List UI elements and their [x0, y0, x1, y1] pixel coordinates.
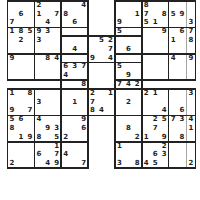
- given-digit: 7: [90, 99, 95, 106]
- given-digit: 9: [10, 55, 15, 62]
- box-border-horizontal: [7, 141, 89, 143]
- box-border-vertical: [34, 1, 36, 81]
- given-digit: 8: [27, 90, 32, 97]
- box-border-horizontal: [7, 79, 89, 81]
- box-border-vertical: [7, 89, 9, 169]
- given-digit: 1: [117, 143, 122, 150]
- given-digit: 2: [90, 90, 95, 97]
- given-digit: 6: [153, 151, 158, 158]
- box-border-vertical: [114, 89, 116, 169]
- box-border-vertical: [168, 1, 170, 81]
- given-digit: 7: [171, 116, 176, 123]
- given-digit: 9: [10, 107, 15, 114]
- given-digit: 2: [153, 116, 158, 123]
- given-digit: 4: [108, 55, 113, 62]
- given-digit: 4: [54, 55, 59, 62]
- given-digit: 2: [18, 37, 23, 44]
- box-border-vertical: [195, 89, 197, 169]
- given-digit: 2: [10, 160, 15, 167]
- given-digit: 7: [108, 46, 113, 53]
- given-digit: 4: [189, 116, 194, 123]
- given-digit: 5: [117, 63, 122, 70]
- given-digit: 7: [10, 19, 15, 26]
- given-digit: 1: [144, 134, 149, 141]
- given-digit: 7: [144, 11, 149, 18]
- given-digit: 2: [135, 81, 140, 88]
- given-digit: 5: [144, 19, 149, 26]
- given-digit: 9: [180, 11, 185, 18]
- given-digit: 7: [153, 125, 158, 132]
- given-digit: 9: [45, 125, 50, 132]
- given-digit: 1: [153, 90, 158, 97]
- given-digit: 9: [54, 160, 59, 167]
- box-border-horizontal: [7, 88, 89, 90]
- given-digit: 1: [36, 11, 41, 18]
- given-digit: 9: [36, 28, 41, 35]
- box-border-horizontal: [114, 141, 196, 143]
- given-digit: 2: [135, 134, 140, 141]
- given-digit: 2: [189, 160, 194, 167]
- given-digit: 3: [54, 125, 59, 132]
- given-digit: 9: [27, 134, 32, 141]
- given-digit: 4: [72, 46, 77, 53]
- given-digit: 4: [126, 81, 131, 88]
- given-digit: 2: [162, 143, 167, 150]
- given-digit: 7: [54, 11, 59, 18]
- given-digit: 2: [144, 90, 149, 97]
- given-digit: 4: [36, 116, 41, 123]
- given-digit: 1: [10, 28, 15, 35]
- given-digit: 1: [171, 37, 176, 44]
- given-digit: 5: [10, 116, 15, 123]
- given-digit: 9: [162, 28, 167, 35]
- given-digit: 5: [162, 116, 167, 123]
- box-border-horizontal: [7, 0, 89, 2]
- box-border-vertical: [60, 89, 62, 169]
- box-border-horizontal: [114, 115, 196, 117]
- given-digit: 7: [81, 160, 86, 167]
- given-digit: 4: [45, 19, 50, 26]
- given-digit: 4: [63, 151, 68, 158]
- given-digit: 1: [153, 19, 158, 26]
- box-border-horizontal: [60, 62, 142, 64]
- given-digit: 9: [117, 19, 122, 26]
- box-border-horizontal: [114, 88, 196, 90]
- given-digit: 3: [72, 63, 77, 70]
- given-digit: 6: [63, 63, 68, 70]
- given-digit: 5: [54, 134, 59, 141]
- given-digit: 1: [72, 99, 77, 106]
- given-digit: 2: [126, 99, 131, 106]
- given-digit: 3: [180, 116, 185, 123]
- box-border-vertical: [195, 1, 197, 81]
- given-digit: 8: [135, 160, 140, 167]
- box-border-horizontal: [114, 167, 196, 169]
- given-digit: 4: [63, 72, 68, 79]
- given-digit: 8: [144, 2, 149, 9]
- given-digit: 6: [81, 125, 86, 132]
- given-digit: 8: [162, 11, 167, 18]
- box-border-vertical: [7, 1, 9, 81]
- given-digit: 3: [162, 151, 167, 158]
- samurai-sudoku-screen: 2461787461859323498463748178599513596718…: [0, 0, 200, 200]
- box-border-vertical: [141, 89, 143, 169]
- given-digit: 8: [36, 134, 41, 141]
- given-digit: 6: [18, 11, 23, 18]
- given-digit: 1: [54, 143, 59, 150]
- given-digit: 8: [45, 55, 50, 62]
- given-digit: 5: [99, 37, 104, 44]
- given-digit: 8: [189, 37, 194, 44]
- given-digit: 4: [144, 160, 149, 167]
- given-digit: 5: [117, 28, 122, 35]
- given-digit: 4: [45, 160, 50, 167]
- box-border-horizontal: [114, 27, 196, 29]
- given-digit: 1: [108, 90, 113, 97]
- given-digit: 8: [180, 134, 185, 141]
- box-border-horizontal: [114, 53, 196, 55]
- box-border-horizontal: [114, 79, 196, 81]
- given-digit: 9: [126, 72, 131, 79]
- given-digit: 6: [180, 28, 185, 35]
- given-digit: 3: [189, 19, 194, 26]
- given-digit: 9: [90, 55, 95, 62]
- given-digit: 5: [153, 160, 158, 167]
- given-digit: 6: [18, 116, 23, 123]
- box-border-vertical: [168, 89, 170, 169]
- given-digit: 6: [126, 46, 131, 53]
- box-border-horizontal: [7, 167, 89, 169]
- given-digit: 6: [72, 19, 77, 26]
- box-border-horizontal: [7, 27, 89, 29]
- box-border-horizontal: [114, 0, 196, 2]
- given-digit: 8: [10, 125, 15, 132]
- given-digit: 3: [117, 160, 122, 167]
- given-digit: 4: [162, 107, 167, 114]
- given-digit: 6: [36, 151, 41, 158]
- given-digit: 5: [27, 28, 32, 35]
- box-border-horizontal: [7, 115, 89, 117]
- given-digit: 8: [90, 107, 95, 114]
- given-digit: 3: [36, 37, 41, 44]
- samurai-sudoku-board: 2461787461859323498463748178599513596718…: [0, 0, 200, 200]
- given-digit: 7: [117, 81, 122, 88]
- given-digit: 2: [63, 134, 68, 141]
- given-digit: 7: [27, 107, 32, 114]
- given-digit: 2: [108, 37, 113, 44]
- given-digit: 8: [18, 28, 23, 35]
- given-digit: 2: [36, 2, 41, 9]
- given-digit: 4: [171, 55, 176, 62]
- given-digit: 7: [189, 28, 194, 35]
- given-digit: 3: [189, 90, 194, 97]
- given-digit: 1: [135, 11, 140, 18]
- given-digit: 4: [81, 2, 86, 9]
- given-digit: 8: [63, 11, 68, 18]
- given-digit: 1: [189, 125, 194, 132]
- given-digit: 8: [81, 81, 86, 88]
- given-digit: 6: [180, 107, 185, 114]
- given-digit: 7: [54, 151, 59, 158]
- given-digit: 9: [162, 134, 167, 141]
- box-border-vertical: [87, 89, 89, 169]
- given-digit: 4: [99, 107, 104, 114]
- given-digit: 9: [189, 55, 194, 62]
- given-digit: 3: [36, 99, 41, 106]
- given-digit: 8: [126, 125, 131, 132]
- given-digit: 9: [81, 116, 86, 123]
- given-digit: 7: [81, 63, 86, 70]
- box-border-vertical: [34, 89, 36, 169]
- box-border-horizontal: [60, 35, 142, 37]
- given-digit: 1: [10, 90, 15, 97]
- given-digit: 5: [171, 11, 176, 18]
- given-digit: 3: [45, 28, 50, 35]
- box-border-horizontal: [7, 53, 89, 55]
- given-digit: 1: [18, 134, 23, 141]
